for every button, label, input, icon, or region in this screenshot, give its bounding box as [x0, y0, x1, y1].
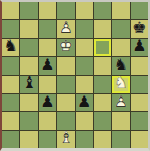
- square-a5[interactable]: [2, 57, 19, 74]
- square-f4[interactable]: [94, 76, 111, 93]
- bishop-glyph-icon: ♝: [22, 76, 36, 92]
- square-g4[interactable]: ♞♘: [112, 76, 129, 93]
- black-king-piece[interactable]: ♚: [131, 20, 148, 37]
- square-b5[interactable]: [20, 57, 37, 74]
- knight-glyph-icon: ♞: [4, 39, 18, 55]
- square-e3[interactable]: ♟: [76, 94, 93, 111]
- knight-glyph-icon: ♞: [114, 57, 128, 73]
- pawn-glyph-icon: ♟: [132, 39, 146, 55]
- square-h8[interactable]: [131, 2, 148, 19]
- square-d4[interactable]: [57, 76, 74, 93]
- square-e2[interactable]: [76, 112, 93, 129]
- square-e8[interactable]: [76, 2, 93, 19]
- chess-board: ♟♙♚♞♚♔♟♟♞♝♞♘♟♟♟♙♝♗: [2, 2, 148, 148]
- square-g1[interactable]: [112, 131, 129, 148]
- pawn-glyph-icon: ♟: [40, 57, 54, 73]
- square-f2[interactable]: [94, 112, 111, 129]
- black-knight-piece[interactable]: ♞: [2, 39, 19, 56]
- bishop-outline-icon: ♗: [59, 131, 73, 147]
- square-h1[interactable]: [131, 131, 148, 148]
- square-d7[interactable]: ♟♙: [57, 20, 74, 37]
- black-pawn-piece[interactable]: ♟: [39, 57, 56, 74]
- square-h6[interactable]: ♟: [131, 39, 148, 56]
- pawn-glyph-icon: ♟: [77, 94, 91, 110]
- square-e6[interactable]: [76, 39, 93, 56]
- square-c8[interactable]: [39, 2, 56, 19]
- square-h7[interactable]: ♚: [131, 20, 148, 37]
- square-c7[interactable]: [39, 20, 56, 37]
- square-h3[interactable]: [131, 94, 148, 111]
- square-a3[interactable]: [2, 94, 19, 111]
- square-c1[interactable]: [39, 131, 56, 148]
- square-d3[interactable]: [57, 94, 74, 111]
- square-b4[interactable]: ♝: [20, 76, 37, 93]
- square-f1[interactable]: [94, 131, 111, 148]
- square-e5[interactable]: [76, 57, 93, 74]
- square-a4[interactable]: [2, 76, 19, 93]
- square-d6[interactable]: ♚♔: [57, 39, 74, 56]
- square-g2[interactable]: [112, 112, 129, 129]
- square-c4[interactable]: [39, 76, 56, 93]
- square-g6[interactable]: [112, 39, 129, 56]
- square-h4[interactable]: [131, 76, 148, 93]
- square-g3[interactable]: ♟♙: [112, 94, 129, 111]
- square-g7[interactable]: [112, 20, 129, 37]
- square-b3[interactable]: [20, 94, 37, 111]
- square-e4[interactable]: [76, 76, 93, 93]
- square-f3[interactable]: [94, 94, 111, 111]
- square-d5[interactable]: [57, 57, 74, 74]
- square-e7[interactable]: [76, 20, 93, 37]
- square-h5[interactable]: [131, 57, 148, 74]
- square-f6[interactable]: [94, 39, 111, 56]
- square-f5[interactable]: [94, 57, 111, 74]
- square-e1[interactable]: [76, 131, 93, 148]
- square-d8[interactable]: [57, 2, 74, 19]
- square-a2[interactable]: [2, 112, 19, 129]
- pawn-outline-icon: ♙: [114, 94, 128, 110]
- king-glyph-icon: ♚: [132, 20, 146, 36]
- square-c6[interactable]: [39, 39, 56, 56]
- white-bishop-piece[interactable]: ♝♗: [57, 131, 74, 148]
- pawn-glyph-icon: ♟: [40, 94, 54, 110]
- square-b1[interactable]: [20, 131, 37, 148]
- square-b6[interactable]: [20, 39, 37, 56]
- square-d1[interactable]: ♝♗: [57, 131, 74, 148]
- square-d2[interactable]: [57, 112, 74, 129]
- black-knight-piece[interactable]: ♞: [112, 57, 129, 74]
- chess-board-frame: ♟♙♚♞♚♔♟♟♞♝♞♘♟♟♟♙♝♗: [0, 0, 150, 151]
- black-bishop-piece[interactable]: ♝: [20, 76, 37, 93]
- square-a6[interactable]: ♞: [2, 39, 19, 56]
- square-b7[interactable]: [20, 20, 37, 37]
- square-f7[interactable]: [94, 20, 111, 37]
- square-g8[interactable]: [112, 2, 129, 19]
- square-a1[interactable]: [2, 131, 19, 148]
- white-knight-piece[interactable]: ♞♘: [112, 76, 129, 93]
- black-pawn-piece[interactable]: ♟: [76, 94, 93, 111]
- square-f8[interactable]: [94, 2, 111, 19]
- square-a7[interactable]: [2, 20, 19, 37]
- pawn-outline-icon: ♙: [59, 20, 73, 36]
- black-pawn-piece[interactable]: ♟: [39, 94, 56, 111]
- square-b8[interactable]: [20, 2, 37, 19]
- square-a8[interactable]: [2, 2, 19, 19]
- square-c3[interactable]: ♟: [39, 94, 56, 111]
- square-b2[interactable]: [20, 112, 37, 129]
- white-pawn-piece[interactable]: ♟♙: [112, 94, 129, 111]
- king-outline-icon: ♔: [59, 39, 73, 55]
- black-pawn-piece[interactable]: ♟: [131, 39, 148, 56]
- white-king-piece[interactable]: ♚♔: [57, 39, 74, 56]
- white-pawn-piece[interactable]: ♟♙: [57, 20, 74, 37]
- square-g5[interactable]: ♞: [112, 57, 129, 74]
- square-c2[interactable]: [39, 112, 56, 129]
- square-c5[interactable]: ♟: [39, 57, 56, 74]
- knight-outline-icon: ♘: [114, 76, 128, 92]
- square-h2[interactable]: [131, 112, 148, 129]
